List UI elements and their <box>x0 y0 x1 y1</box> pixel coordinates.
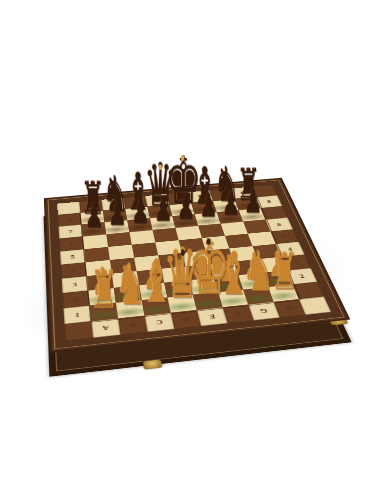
chess-board: ABCDEFGH8♜♞♝♛♚♝♞♜87♟♟♟♟♟♟♟♟7665544332♟♟♟… <box>44 178 350 353</box>
board-frame-cell: C <box>145 313 175 332</box>
chess-set-photo: ABCDEFGH8♜♞♝♛♚♝♞♜87♟♟♟♟♟♟♟♟7665544332♟♟♟… <box>0 0 375 500</box>
brass-clasp-front <box>142 360 161 370</box>
scene: ABCDEFGH8♜♞♝♛♚♝♞♜87♟♟♟♟♟♟♟♟7665544332♟♟♟… <box>0 0 375 500</box>
board-frame-cell: D <box>171 310 201 329</box>
board-grid: ABCDEFGH8♜♞♝♛♚♝♞♜87♟♟♟♟♟♟♟♟7665544332♟♟♟… <box>57 185 331 341</box>
light-rook: ♜ <box>84 266 125 315</box>
board-frame-cell <box>64 321 93 341</box>
dark-pawn: ♟ <box>76 200 112 232</box>
board-frame-cell: 6 <box>265 218 293 232</box>
coord-file-a-bottom: A <box>91 318 120 337</box>
board-frame-cell: 6 <box>59 237 84 252</box>
coord-file-d-bottom: D <box>171 310 201 329</box>
coord-rank-5-left: 5 <box>60 249 85 265</box>
board-frame-cell: A <box>91 318 120 337</box>
coord-rank-6-right: 6 <box>265 218 293 232</box>
coord-file-b-bottom: B <box>118 316 147 335</box>
coord-file-g-bottom: G <box>248 302 279 320</box>
board-frame-cell: 5 <box>60 249 85 265</box>
square-a1: ♜ <box>90 303 118 321</box>
board-frame-cell: B <box>118 316 147 335</box>
board-frame-cell <box>299 297 331 315</box>
coord-file-c-bottom: C <box>145 313 175 332</box>
coord-rank-6-left: 6 <box>59 237 84 252</box>
board-frame-cell: G <box>248 302 279 320</box>
